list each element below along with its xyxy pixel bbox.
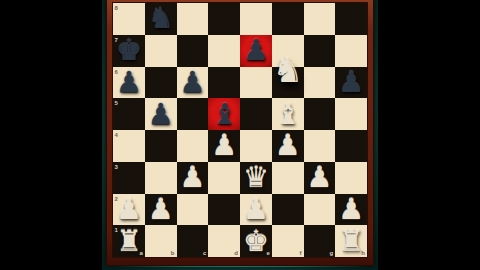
square-b5[interactable]: ♟ (145, 98, 177, 130)
square-g7[interactable] (304, 35, 336, 67)
square-h8[interactable] (335, 3, 367, 35)
square-h5[interactable] (335, 98, 367, 130)
white-pawn[interactable]: ♟ (177, 162, 209, 194)
square-d5[interactable]: ♝ (208, 98, 240, 130)
file-label-f: f (300, 250, 302, 256)
square-c8[interactable] (177, 3, 209, 35)
rank-label-5: 5 (115, 100, 118, 106)
square-c5[interactable] (177, 98, 209, 130)
square-d1[interactable]: d (208, 225, 240, 257)
white-pawn[interactable]: ♟ (272, 130, 304, 162)
square-b3[interactable] (145, 162, 177, 194)
black-pawn[interactable]: ♟ (177, 67, 209, 99)
square-e2[interactable]: ♟ (240, 194, 272, 226)
white-pawn[interactable]: ♟ (208, 130, 240, 162)
square-h4[interactable] (335, 130, 367, 162)
square-g2[interactable] (304, 194, 336, 226)
square-h3[interactable] (335, 162, 367, 194)
square-h2[interactable]: ♟ (335, 194, 367, 226)
square-e7[interactable]: ♟ (240, 35, 272, 67)
white-knight[interactable]: ♞ (269, 52, 306, 89)
square-c7[interactable] (177, 35, 209, 67)
square-c6[interactable]: ♟ (177, 67, 209, 99)
square-g5[interactable] (304, 98, 336, 130)
square-d2[interactable] (208, 194, 240, 226)
square-f2[interactable] (272, 194, 304, 226)
square-e5[interactable] (240, 98, 272, 130)
white-queen[interactable]: ♛ (240, 162, 272, 194)
square-e3[interactable]: ♛ (240, 162, 272, 194)
wooden-board-frame: 8♞7♚♟6♟♟♞♟5♟♝♝4♟♟3♟♛♟2♟♟♟♟1a♜bcde♚fgh♜ (106, 0, 374, 266)
square-b6[interactable] (145, 67, 177, 99)
square-f8[interactable] (272, 3, 304, 35)
square-e8[interactable] (240, 3, 272, 35)
white-rook[interactable]: ♜ (335, 225, 367, 257)
white-pawn[interactable]: ♟ (335, 194, 367, 226)
square-b4[interactable] (145, 130, 177, 162)
square-f5[interactable]: ♝ (272, 98, 304, 130)
square-d8[interactable] (208, 3, 240, 35)
square-a7[interactable]: 7♚ (113, 35, 145, 67)
square-g3[interactable]: ♟ (304, 162, 336, 194)
file-label-d: d (234, 250, 238, 256)
square-a2[interactable]: 2♟ (113, 194, 145, 226)
square-h1[interactable]: h♜ (335, 225, 367, 257)
square-b7[interactable] (145, 35, 177, 67)
square-a6[interactable]: 6♟ (113, 67, 145, 99)
chess-board[interactable]: 8♞7♚♟6♟♟♞♟5♟♝♝4♟♟3♟♛♟2♟♟♟♟1a♜bcde♚fgh♜ (113, 3, 367, 257)
square-a8[interactable]: 8 (113, 3, 145, 35)
square-d3[interactable] (208, 162, 240, 194)
square-a5[interactable]: 5 (113, 98, 145, 130)
square-c2[interactable] (177, 194, 209, 226)
rank-label-4: 4 (115, 132, 118, 138)
file-label-b: b (171, 250, 175, 256)
square-c1[interactable]: c (177, 225, 209, 257)
screenshot-stage: 8♞7♚♟6♟♟♞♟5♟♝♝4♟♟3♟♛♟2♟♟♟♟1a♜bcde♚fgh♜ (0, 0, 480, 270)
black-king[interactable]: ♚ (113, 35, 145, 67)
square-a4[interactable]: 4 (113, 130, 145, 162)
white-rook[interactable]: ♜ (113, 225, 145, 257)
square-h6[interactable]: ♟ (335, 67, 367, 99)
black-pawn[interactable]: ♟ (240, 35, 272, 67)
square-g1[interactable]: g (304, 225, 336, 257)
white-king[interactable]: ♚ (240, 225, 272, 257)
white-bishop[interactable]: ♝ (272, 98, 304, 130)
black-knight[interactable]: ♞ (145, 3, 177, 35)
square-f6[interactable]: ♞ (272, 67, 304, 99)
square-g8[interactable] (304, 3, 336, 35)
square-a3[interactable]: 3 (113, 162, 145, 194)
square-e6[interactable] (240, 67, 272, 99)
square-f4[interactable]: ♟ (272, 130, 304, 162)
square-d4[interactable]: ♟ (208, 130, 240, 162)
black-pawn[interactable]: ♟ (145, 98, 177, 130)
square-h7[interactable] (335, 35, 367, 67)
square-e4[interactable] (240, 130, 272, 162)
square-f1[interactable]: f (272, 225, 304, 257)
square-d6[interactable] (208, 67, 240, 99)
square-a1[interactable]: 1a♜ (113, 225, 145, 257)
rank-label-3: 3 (115, 164, 118, 170)
square-e1[interactable]: e♚ (240, 225, 272, 257)
square-b1[interactable]: b (145, 225, 177, 257)
square-g6[interactable] (304, 67, 336, 99)
square-c4[interactable] (177, 130, 209, 162)
rank-label-8: 8 (115, 5, 118, 11)
black-pawn[interactable]: ♟ (113, 67, 145, 99)
square-b2[interactable]: ♟ (145, 194, 177, 226)
square-c3[interactable]: ♟ (177, 162, 209, 194)
square-d7[interactable] (208, 35, 240, 67)
square-g4[interactable] (304, 130, 336, 162)
square-f3[interactable] (272, 162, 304, 194)
file-label-g: g (330, 250, 334, 256)
square-b8[interactable]: ♞ (145, 3, 177, 35)
black-pawn[interactable]: ♟ (335, 67, 367, 99)
white-pawn[interactable]: ♟ (113, 194, 145, 226)
black-bishop[interactable]: ♝ (208, 98, 240, 130)
file-label-c: c (203, 250, 206, 256)
white-pawn[interactable]: ♟ (240, 194, 272, 226)
white-pawn[interactable]: ♟ (304, 162, 336, 194)
white-pawn[interactable]: ♟ (145, 194, 177, 226)
